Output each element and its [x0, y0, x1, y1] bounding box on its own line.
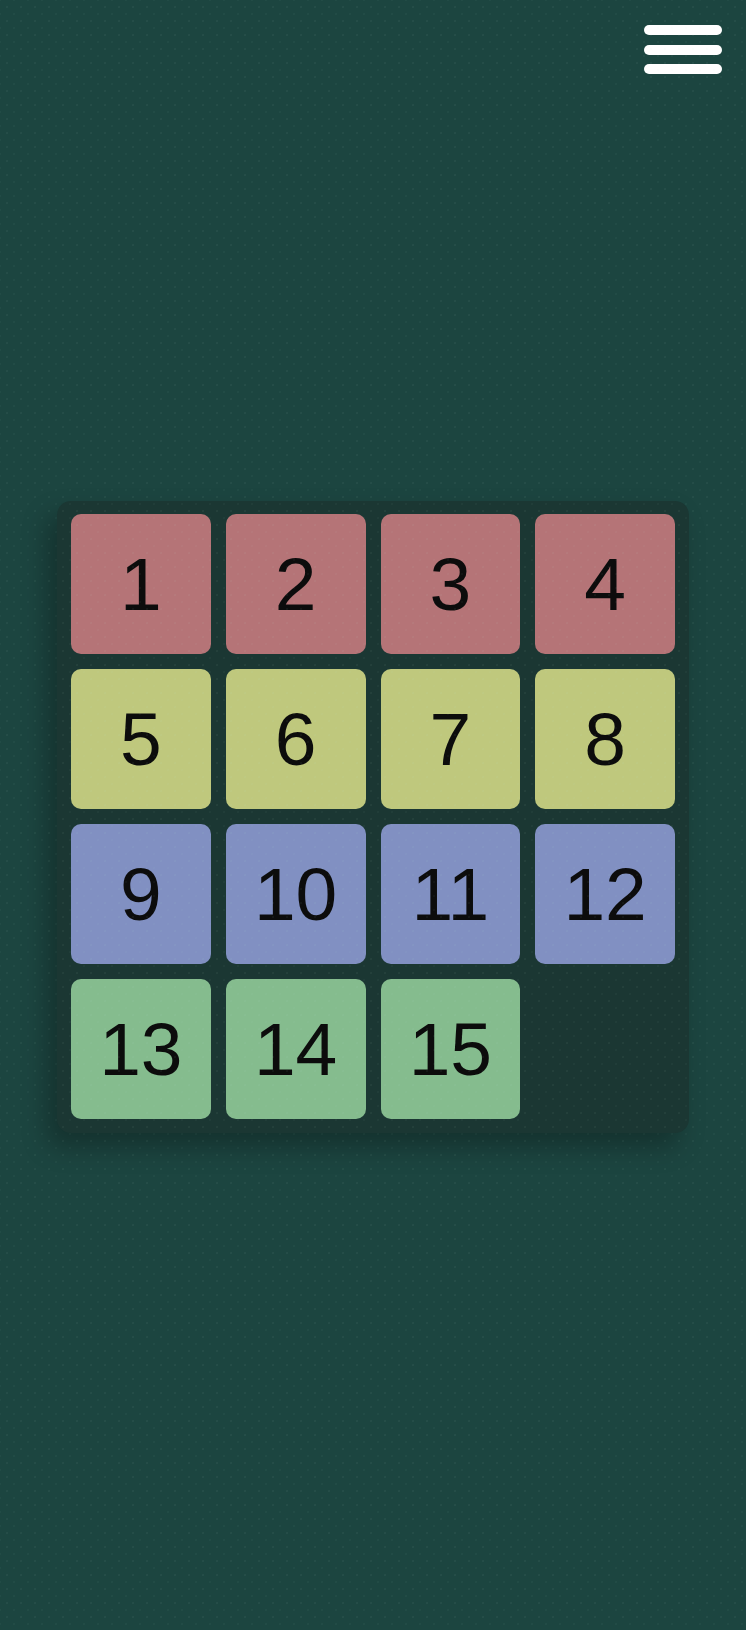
tile-10[interactable]: 10 [226, 824, 366, 964]
tile-9[interactable]: 9 [71, 824, 211, 964]
tile-15[interactable]: 15 [381, 979, 521, 1119]
tile-1[interactable]: 1 [71, 514, 211, 654]
tile-13[interactable]: 13 [71, 979, 211, 1119]
tile-12[interactable]: 12 [535, 824, 675, 964]
tile-5[interactable]: 5 [71, 669, 211, 809]
tile-3[interactable]: 3 [381, 514, 521, 654]
empty-cell [535, 979, 675, 1119]
hamburger-bar-bottom [644, 64, 722, 74]
menu-button[interactable] [644, 25, 722, 74]
tile-7[interactable]: 7 [381, 669, 521, 809]
tile-11[interactable]: 11 [381, 824, 521, 964]
tile-6[interactable]: 6 [226, 669, 366, 809]
tile-2[interactable]: 2 [226, 514, 366, 654]
hamburger-bar-middle [644, 45, 722, 55]
tile-14[interactable]: 14 [226, 979, 366, 1119]
tile-4[interactable]: 4 [535, 514, 675, 654]
hamburger-bar-top [644, 25, 722, 35]
puzzle-board: 1 2 3 4 5 6 7 8 9 10 11 12 13 14 15 [57, 501, 689, 1133]
app-background: { "game": "fifteen-puzzle", "position": … [0, 0, 746, 1630]
tile-8[interactable]: 8 [535, 669, 675, 809]
